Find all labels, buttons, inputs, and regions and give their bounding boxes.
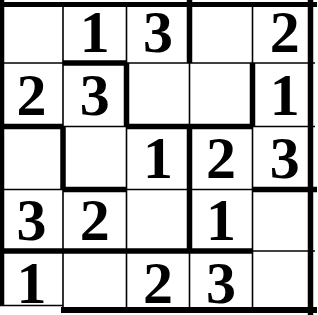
cell-r1c2[interactable]: 1 (63, 0, 127, 63)
cell-r5c1[interactable]: 1 (0, 251, 63, 315)
cell-r5c4[interactable]: 3 (190, 251, 253, 315)
cell-r5c3[interactable]: 2 (127, 251, 190, 315)
cell-r1c3[interactable]: 3 (127, 0, 190, 63)
cell-r2c1[interactable]: 2 (0, 63, 63, 127)
cell-r1c1[interactable] (0, 0, 63, 63)
cell-r4c3[interactable] (127, 190, 190, 252)
cell-r4c1[interactable]: 3 (0, 190, 63, 252)
cell-r4c5[interactable] (253, 190, 318, 252)
cell-r2c4[interactable] (190, 63, 253, 127)
cell-r4c4[interactable]: 1 (190, 190, 253, 252)
cell-r4c2[interactable]: 2 (63, 190, 127, 252)
cell-r1c5[interactable]: 2 (253, 0, 318, 63)
cell-r2c2[interactable]: 3 (63, 63, 127, 127)
cell-r2c3[interactable] (127, 63, 190, 127)
puzzle-board: 1 3 2 2 3 1 1 2 3 3 2 1 1 2 3 (0, 0, 317, 315)
cell-r3c5[interactable]: 3 (253, 127, 318, 190)
cell-r2c5[interactable]: 1 (253, 63, 318, 127)
cell-r3c3[interactable]: 1 (127, 127, 190, 190)
cell-r3c4[interactable]: 2 (190, 127, 253, 190)
cell-r3c1[interactable] (0, 127, 63, 190)
cell-r1c4[interactable] (190, 0, 253, 63)
cell-r5c5[interactable] (253, 251, 318, 315)
cell-grid: 1 3 2 2 3 1 1 2 3 3 2 1 1 2 3 (0, 0, 317, 315)
cell-r3c2[interactable] (63, 127, 127, 190)
cell-r5c2[interactable] (63, 251, 127, 315)
